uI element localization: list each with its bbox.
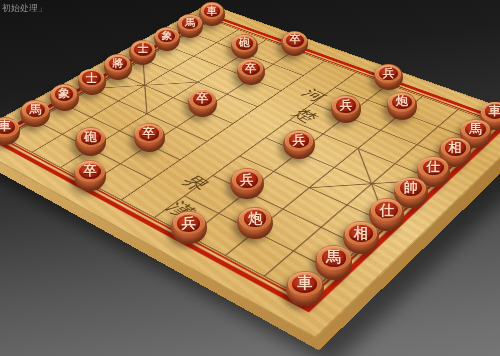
piece-character: 相 xyxy=(449,139,462,157)
piece-character: 兵 xyxy=(340,97,352,114)
piece-top-face: 將 xyxy=(105,55,130,72)
piece-character: 馬 xyxy=(469,121,482,138)
xiangqi-piece-兵-near[interactable]: 兵 xyxy=(331,95,361,123)
piece-top-face: 仕 xyxy=(418,157,448,178)
xiangqi-piece-砲-far[interactable]: 砲 xyxy=(75,127,106,156)
piece-inlay: 帥 xyxy=(400,180,422,196)
xiangqi-piece-士-far[interactable]: 士 xyxy=(78,69,106,95)
piece-character: 馬 xyxy=(326,248,341,267)
piece-inlay: 車 xyxy=(485,104,500,119)
piece-inlay: 車 xyxy=(0,120,15,135)
piece-top-face: 馬 xyxy=(178,15,201,31)
piece-inlay: 卒 xyxy=(139,126,159,141)
piece-top-face: 卒 xyxy=(283,32,307,49)
piece-character: 相 xyxy=(354,224,369,243)
xiangqi-piece-將-far[interactable]: 將 xyxy=(104,54,132,80)
xiangqi-piece-炮-near[interactable]: 炮 xyxy=(237,207,272,240)
xiangqi-piece-卒-far[interactable]: 卒 xyxy=(74,160,107,190)
piece-inlay: 炮 xyxy=(392,95,411,109)
xiangqi-piece-砲-far[interactable]: 砲 xyxy=(231,34,258,59)
piece-character: 車 xyxy=(0,118,11,135)
piece-top-face: 兵 xyxy=(285,131,314,151)
piece-top-face: 炮 xyxy=(388,93,415,112)
piece-character: 馬 xyxy=(185,16,195,30)
piece-character: 將 xyxy=(112,56,123,71)
piece-top-face: 象 xyxy=(155,28,179,45)
piece-inlay: 砲 xyxy=(236,37,253,50)
piece-top-face: 象 xyxy=(51,85,77,103)
piece-character: 仕 xyxy=(427,158,440,176)
piece-inlay: 車 xyxy=(292,275,317,293)
xiangqi-piece-兵-near[interactable]: 兵 xyxy=(230,168,264,199)
piece-character: 兵 xyxy=(383,66,395,81)
piece-character: 象 xyxy=(162,29,173,43)
piece-inlay: 卒 xyxy=(242,62,260,75)
piece-top-face: 士 xyxy=(131,41,155,58)
piece-inlay: 卒 xyxy=(286,34,303,47)
piece-top-face: 卒 xyxy=(75,161,105,182)
piece-inlay: 兵 xyxy=(236,172,258,188)
piece-top-face: 車 xyxy=(288,272,323,296)
piece-top-face: 兵 xyxy=(332,96,359,115)
piece-character: 卒 xyxy=(143,125,155,142)
piece-character: 帥 xyxy=(404,179,418,197)
xiangqi-piece-馬-near[interactable]: 馬 xyxy=(315,245,352,279)
piece-character: 兵 xyxy=(182,214,196,233)
piece-inlay: 卒 xyxy=(79,164,100,180)
piece-top-face: 炮 xyxy=(239,208,271,230)
piece-character: 兵 xyxy=(293,132,306,149)
piece-inlay: 兵 xyxy=(177,215,200,232)
piece-top-face: 仕 xyxy=(371,199,403,221)
piece-character: 車 xyxy=(489,103,500,120)
piece-top-face: 卒 xyxy=(135,124,163,143)
piece-inlay: 仕 xyxy=(423,160,445,176)
piece-character: 仕 xyxy=(379,201,393,220)
piece-character: 砲 xyxy=(84,129,97,146)
xiangqi-piece-象-far[interactable]: 象 xyxy=(50,84,79,111)
piece-top-face: 士 xyxy=(79,69,105,87)
piece-inlay: 馬 xyxy=(182,17,199,29)
xiangqi-piece-卒-far[interactable]: 卒 xyxy=(237,59,265,85)
piece-character: 兵 xyxy=(240,171,253,189)
piece-character: 馬 xyxy=(29,102,41,118)
piece-inlay: 炮 xyxy=(244,210,267,227)
piece-top-face: 車 xyxy=(201,3,224,19)
piece-inlay: 馬 xyxy=(465,122,485,137)
piece-character: 卒 xyxy=(289,33,300,47)
viewport-background: 初始处理」 xyxy=(0,0,500,356)
xiangqi-piece-卒-far[interactable]: 卒 xyxy=(134,123,165,152)
piece-character: 炮 xyxy=(248,209,262,228)
piece-top-face: 相 xyxy=(345,222,378,245)
piece-top-face: 車 xyxy=(481,102,500,121)
piece-top-face: 馬 xyxy=(22,101,49,120)
xiangqi-piece-兵-near[interactable]: 兵 xyxy=(171,211,206,244)
piece-top-face: 車 xyxy=(0,118,19,137)
xiangqi-piece-兵-near[interactable]: 兵 xyxy=(374,64,403,90)
piece-inlay: 象 xyxy=(55,87,74,101)
piece-top-face: 砲 xyxy=(77,128,105,148)
xiangqi-piece-炮-near[interactable]: 炮 xyxy=(387,92,417,120)
piece-top-face: 馬 xyxy=(461,120,489,140)
piece-character: 士 xyxy=(86,71,97,86)
piece-top-face: 卒 xyxy=(238,60,263,78)
piece-character: 象 xyxy=(58,86,70,101)
piece-top-face: 兵 xyxy=(232,169,262,190)
piece-inlay: 仕 xyxy=(375,202,398,219)
piece-top-face: 卒 xyxy=(189,90,216,108)
piece-character: 卒 xyxy=(196,91,208,107)
piece-inlay: 馬 xyxy=(26,103,45,117)
piece-inlay: 卒 xyxy=(193,92,212,106)
piece-top-face: 砲 xyxy=(232,35,256,52)
piece-inlay: 相 xyxy=(349,225,372,242)
xiangqi-piece-車-far[interactable]: 車 xyxy=(199,2,224,25)
piece-top-face: 兵 xyxy=(173,212,205,234)
piece-character: 卒 xyxy=(245,61,256,76)
piece-inlay: 砲 xyxy=(81,130,101,145)
piece-inlay: 兵 xyxy=(336,98,356,112)
xiangqi-piece-卒-far[interactable]: 卒 xyxy=(188,90,218,117)
piece-character: 砲 xyxy=(239,36,250,50)
piece-character: 炮 xyxy=(396,93,408,110)
piece-top-face: 兵 xyxy=(375,65,401,83)
viewport-label: 初始处理」 xyxy=(2,2,47,15)
piece-inlay: 馬 xyxy=(322,249,346,267)
piece-inlay: 象 xyxy=(158,30,175,43)
piece-inlay: 兵 xyxy=(289,133,310,148)
piece-inlay: 相 xyxy=(445,140,466,155)
piece-character: 車 xyxy=(207,4,217,18)
piece-character: 車 xyxy=(297,273,312,294)
xiangqi-piece-兵-near[interactable]: 兵 xyxy=(283,130,315,159)
piece-inlay: 士 xyxy=(82,71,100,84)
piece-character: 卒 xyxy=(84,162,97,180)
piece-top-face: 相 xyxy=(441,138,470,158)
piece-inlay: 士 xyxy=(134,43,152,56)
piece-inlay: 兵 xyxy=(379,67,398,81)
piece-top-face: 帥 xyxy=(395,178,426,199)
piece-character: 士 xyxy=(138,42,149,56)
piece-inlay: 將 xyxy=(109,57,127,70)
piece-inlay: 車 xyxy=(204,5,220,17)
piece-top-face: 馬 xyxy=(317,246,351,269)
